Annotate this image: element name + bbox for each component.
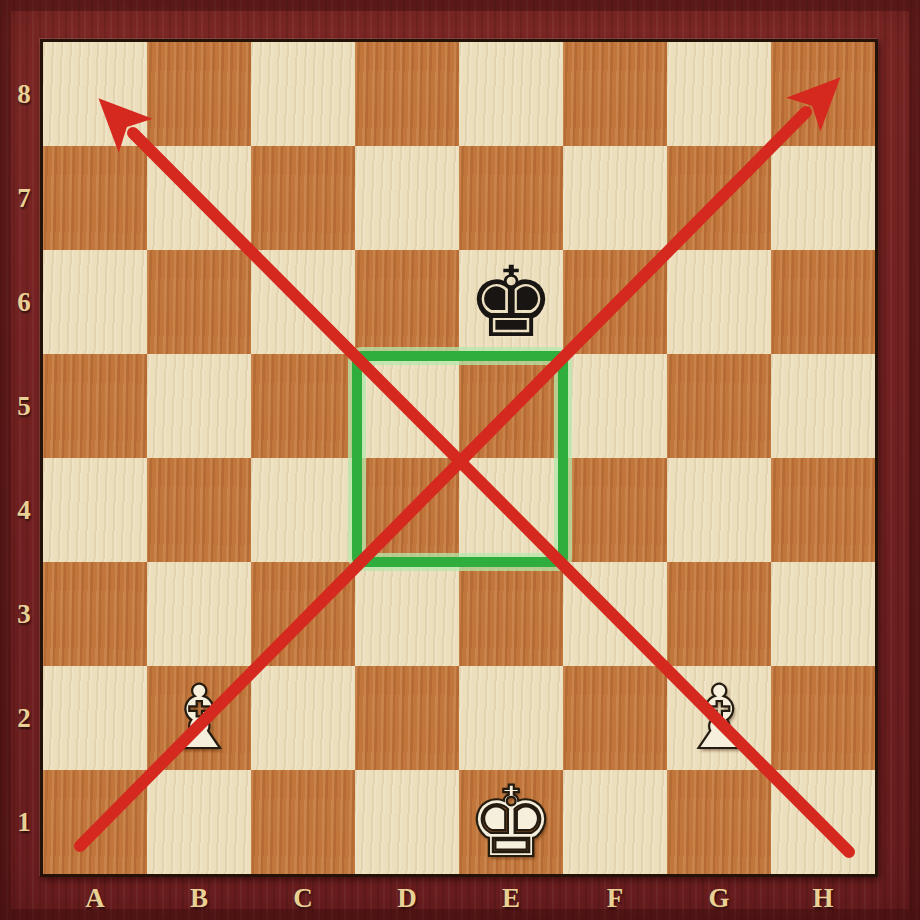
square-c2[interactable] [251, 666, 355, 770]
square-g3[interactable] [667, 562, 771, 666]
square-d2[interactable] [355, 666, 459, 770]
square-g2[interactable]: ♝ [667, 666, 771, 770]
square-b6[interactable] [147, 250, 251, 354]
square-b5[interactable] [147, 354, 251, 458]
square-e1[interactable]: ♚ [459, 770, 563, 874]
square-f4[interactable] [563, 458, 667, 562]
square-h1[interactable] [771, 770, 875, 874]
square-b1[interactable] [147, 770, 251, 874]
file-label-f: F [563, 877, 667, 920]
square-d4[interactable] [355, 458, 459, 562]
file-label-c: C [251, 877, 355, 920]
square-h8[interactable] [771, 42, 875, 146]
square-a4[interactable] [43, 458, 147, 562]
square-b7[interactable] [147, 146, 251, 250]
rank-label-6: 6 [0, 250, 43, 354]
square-g8[interactable] [667, 42, 771, 146]
square-a7[interactable] [43, 146, 147, 250]
square-e6[interactable]: ♚ [459, 250, 563, 354]
square-b4[interactable] [147, 458, 251, 562]
square-e2[interactable] [459, 666, 563, 770]
white-bishop[interactable]: ♝ [160, 674, 239, 762]
file-label-d: D [355, 877, 459, 920]
file-label-e: E [459, 877, 563, 920]
square-f8[interactable] [563, 42, 667, 146]
chess-board: ♚♝♝♚ [40, 39, 878, 877]
square-f3[interactable] [563, 562, 667, 666]
square-c1[interactable] [251, 770, 355, 874]
square-b2[interactable]: ♝ [147, 666, 251, 770]
square-f7[interactable] [563, 146, 667, 250]
square-h2[interactable] [771, 666, 875, 770]
rank-label-7: 7 [0, 146, 43, 250]
square-h5[interactable] [771, 354, 875, 458]
file-label-b: B [147, 877, 251, 920]
black-king[interactable]: ♚ [467, 253, 555, 351]
square-f5[interactable] [563, 354, 667, 458]
white-king[interactable]: ♚ [467, 773, 555, 871]
rank-label-3: 3 [0, 562, 43, 666]
square-d7[interactable] [355, 146, 459, 250]
square-a3[interactable] [43, 562, 147, 666]
square-e5[interactable] [459, 354, 563, 458]
square-c5[interactable] [251, 354, 355, 458]
square-a8[interactable] [43, 42, 147, 146]
white-bishop[interactable]: ♝ [680, 674, 759, 762]
square-c7[interactable] [251, 146, 355, 250]
square-g1[interactable] [667, 770, 771, 874]
square-c3[interactable] [251, 562, 355, 666]
rank-labels: 87654321 [0, 42, 43, 874]
square-d5[interactable] [355, 354, 459, 458]
square-h3[interactable] [771, 562, 875, 666]
square-h7[interactable] [771, 146, 875, 250]
square-c6[interactable] [251, 250, 355, 354]
square-e8[interactable] [459, 42, 563, 146]
square-d1[interactable] [355, 770, 459, 874]
square-a1[interactable] [43, 770, 147, 874]
rank-label-1: 1 [0, 770, 43, 874]
square-d6[interactable] [355, 250, 459, 354]
file-label-g: G [667, 877, 771, 920]
square-e7[interactable] [459, 146, 563, 250]
square-b8[interactable] [147, 42, 251, 146]
square-h6[interactable] [771, 250, 875, 354]
square-f1[interactable] [563, 770, 667, 874]
square-g5[interactable] [667, 354, 771, 458]
rank-label-4: 4 [0, 458, 43, 562]
square-a2[interactable] [43, 666, 147, 770]
square-g6[interactable] [667, 250, 771, 354]
square-e3[interactable] [459, 562, 563, 666]
file-label-a: A [43, 877, 147, 920]
square-h4[interactable] [771, 458, 875, 562]
square-g7[interactable] [667, 146, 771, 250]
square-f2[interactable] [563, 666, 667, 770]
square-d8[interactable] [355, 42, 459, 146]
square-d3[interactable] [355, 562, 459, 666]
rank-label-5: 5 [0, 354, 43, 458]
chess-diagram: 87654321 ♚♝♝♚ ABCDEFGH [0, 0, 920, 920]
square-g4[interactable] [667, 458, 771, 562]
square-f6[interactable] [563, 250, 667, 354]
square-c8[interactable] [251, 42, 355, 146]
rank-label-2: 2 [0, 666, 43, 770]
file-labels: ABCDEFGH [43, 877, 875, 920]
square-e4[interactable] [459, 458, 563, 562]
rank-label-8: 8 [0, 42, 43, 146]
square-c4[interactable] [251, 458, 355, 562]
file-label-h: H [771, 877, 875, 920]
square-a6[interactable] [43, 250, 147, 354]
square-a5[interactable] [43, 354, 147, 458]
square-b3[interactable] [147, 562, 251, 666]
